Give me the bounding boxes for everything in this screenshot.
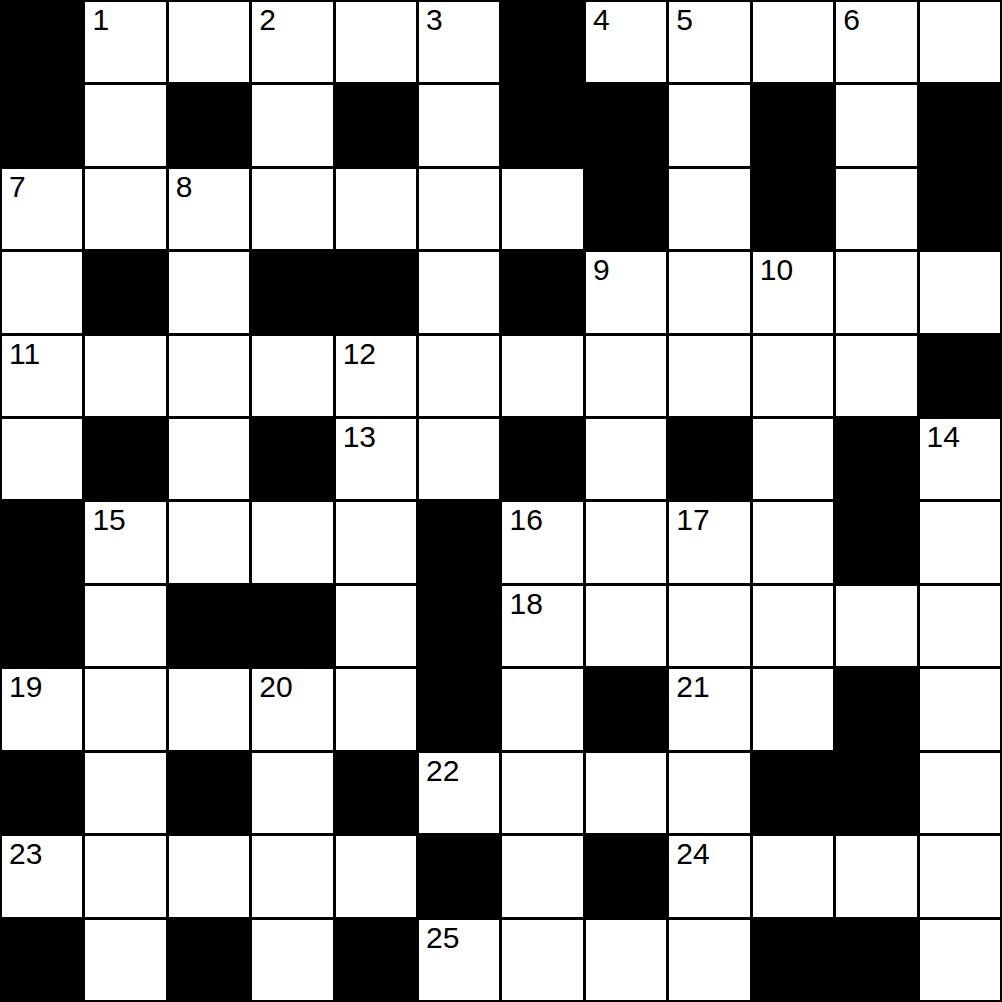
black-cell-r3c3 bbox=[252, 252, 332, 332]
black-cell-r0c6 bbox=[502, 2, 582, 82]
black-cell-r9c2 bbox=[169, 753, 249, 833]
black-cell-r6c10 bbox=[836, 502, 916, 582]
clue-number-25: 25 bbox=[426, 921, 459, 954]
black-cell-r6c0 bbox=[2, 502, 82, 582]
black-cell-r7c5 bbox=[419, 586, 499, 666]
white-cell-r0c11[interactable] bbox=[920, 2, 1000, 82]
white-cell-r2c10[interactable] bbox=[836, 169, 916, 249]
white-cell-r5c5[interactable] bbox=[419, 419, 499, 499]
black-cell-r11c0 bbox=[2, 920, 82, 1000]
white-cell-r4c8[interactable] bbox=[669, 336, 749, 416]
white-cell-r0c10[interactable]: 6 bbox=[836, 2, 916, 82]
white-cell-r3c10[interactable] bbox=[836, 252, 916, 332]
white-cell-r0c3[interactable]: 2 bbox=[252, 2, 332, 82]
white-cell-r0c1[interactable]: 1 bbox=[85, 2, 165, 82]
white-cell-r0c4[interactable] bbox=[336, 2, 416, 82]
white-cell-r2c5[interactable] bbox=[419, 169, 499, 249]
black-cell-r7c2 bbox=[169, 586, 249, 666]
white-cell-r7c9[interactable] bbox=[753, 586, 833, 666]
white-cell-r10c11[interactable] bbox=[920, 836, 1000, 916]
white-cell-r3c9[interactable]: 10 bbox=[753, 252, 833, 332]
white-cell-r1c10[interactable] bbox=[836, 85, 916, 165]
clue-number-6: 6 bbox=[843, 3, 860, 36]
black-cell-r1c11 bbox=[920, 85, 1000, 165]
white-cell-r7c4[interactable] bbox=[336, 586, 416, 666]
white-cell-r0c5[interactable]: 3 bbox=[419, 2, 499, 82]
clue-number-23: 23 bbox=[9, 837, 42, 870]
white-cell-r11c8[interactable] bbox=[669, 920, 749, 1000]
white-cell-r2c1[interactable] bbox=[85, 169, 165, 249]
white-cell-r9c6[interactable] bbox=[502, 753, 582, 833]
white-cell-r10c6[interactable] bbox=[502, 836, 582, 916]
white-cell-r9c11[interactable] bbox=[920, 753, 1000, 833]
black-cell-r5c3 bbox=[252, 419, 332, 499]
white-cell-r9c3[interactable] bbox=[252, 753, 332, 833]
white-cell-r10c1[interactable] bbox=[85, 836, 165, 916]
white-cell-r3c0[interactable] bbox=[2, 252, 82, 332]
white-cell-r3c5[interactable] bbox=[419, 252, 499, 332]
clue-number-18: 18 bbox=[509, 587, 542, 620]
white-cell-r3c7[interactable]: 9 bbox=[586, 252, 666, 332]
black-cell-r11c10 bbox=[836, 920, 916, 1000]
black-cell-r3c1 bbox=[85, 252, 165, 332]
white-cell-r9c5[interactable]: 22 bbox=[419, 753, 499, 833]
white-cell-r11c1[interactable] bbox=[85, 920, 165, 1000]
black-cell-r1c2 bbox=[169, 85, 249, 165]
clue-number-11: 11 bbox=[9, 337, 40, 370]
white-cell-r11c5[interactable]: 25 bbox=[419, 920, 499, 1000]
white-cell-r4c5[interactable] bbox=[419, 336, 499, 416]
black-cell-r11c4 bbox=[336, 920, 416, 1000]
black-cell-r10c5 bbox=[419, 836, 499, 916]
white-cell-r5c11[interactable]: 14 bbox=[920, 419, 1000, 499]
white-cell-r7c8[interactable] bbox=[669, 586, 749, 666]
white-cell-r7c10[interactable] bbox=[836, 586, 916, 666]
clue-number-12: 12 bbox=[343, 337, 376, 370]
clue-number-15: 15 bbox=[92, 503, 125, 536]
black-cell-r9c4 bbox=[336, 753, 416, 833]
clue-number-1: 1 bbox=[92, 3, 109, 36]
white-cell-r1c3[interactable] bbox=[252, 85, 332, 165]
white-cell-r5c4[interactable]: 13 bbox=[336, 419, 416, 499]
clue-number-16: 16 bbox=[509, 503, 542, 536]
black-cell-r8c7 bbox=[586, 669, 666, 749]
black-cell-r7c3 bbox=[252, 586, 332, 666]
black-cell-r9c10 bbox=[836, 753, 916, 833]
white-cell-r0c9[interactable] bbox=[753, 2, 833, 82]
white-cell-r2c2[interactable]: 8 bbox=[169, 169, 249, 249]
white-cell-r2c4[interactable] bbox=[336, 169, 416, 249]
black-cell-r1c9 bbox=[753, 85, 833, 165]
clue-number-8: 8 bbox=[176, 170, 193, 203]
white-cell-r1c5[interactable] bbox=[419, 85, 499, 165]
black-cell-r3c4 bbox=[336, 252, 416, 332]
black-cell-r7c0 bbox=[2, 586, 82, 666]
white-cell-r7c7[interactable] bbox=[586, 586, 666, 666]
black-cell-r1c4 bbox=[336, 85, 416, 165]
black-cell-r4c11 bbox=[920, 336, 1000, 416]
black-cell-r1c7 bbox=[586, 85, 666, 165]
white-cell-r4c7[interactable] bbox=[586, 336, 666, 416]
white-cell-r9c8[interactable] bbox=[669, 753, 749, 833]
white-cell-r8c6[interactable] bbox=[502, 669, 582, 749]
white-cell-r10c2[interactable] bbox=[169, 836, 249, 916]
white-cell-r10c10[interactable] bbox=[836, 836, 916, 916]
black-cell-r3c6 bbox=[502, 252, 582, 332]
white-cell-r5c7[interactable] bbox=[586, 419, 666, 499]
white-cell-r5c0[interactable] bbox=[2, 419, 82, 499]
black-cell-r1c0 bbox=[2, 85, 82, 165]
white-cell-r5c9[interactable] bbox=[753, 419, 833, 499]
white-cell-r8c1[interactable] bbox=[85, 669, 165, 749]
white-cell-r3c2[interactable] bbox=[169, 252, 249, 332]
black-cell-r2c9 bbox=[753, 169, 833, 249]
black-cell-r6c5 bbox=[419, 502, 499, 582]
white-cell-r2c3[interactable] bbox=[252, 169, 332, 249]
white-cell-r11c3[interactable] bbox=[252, 920, 332, 1000]
white-cell-r10c8[interactable]: 24 bbox=[669, 836, 749, 916]
white-cell-r8c0[interactable]: 19 bbox=[2, 669, 82, 749]
white-cell-r2c0[interactable]: 7 bbox=[2, 169, 82, 249]
black-cell-r5c6 bbox=[502, 419, 582, 499]
white-cell-r6c3[interactable] bbox=[252, 502, 332, 582]
white-cell-r4c10[interactable] bbox=[836, 336, 916, 416]
white-cell-r7c6[interactable]: 18 bbox=[502, 586, 582, 666]
clue-number-5: 5 bbox=[676, 3, 693, 36]
white-cell-r6c1[interactable]: 15 bbox=[85, 502, 165, 582]
white-cell-r1c1[interactable] bbox=[85, 85, 165, 165]
black-cell-r8c5 bbox=[419, 669, 499, 749]
white-cell-r10c0[interactable]: 23 bbox=[2, 836, 82, 916]
white-cell-r4c0[interactable]: 11 bbox=[2, 336, 82, 416]
white-cell-r6c6[interactable]: 16 bbox=[502, 502, 582, 582]
clue-number-4: 4 bbox=[593, 3, 610, 36]
clue-number-19: 19 bbox=[9, 670, 42, 703]
black-cell-r0c0 bbox=[2, 2, 82, 82]
black-cell-r9c0 bbox=[2, 753, 82, 833]
white-cell-r6c4[interactable] bbox=[336, 502, 416, 582]
white-cell-r6c11[interactable] bbox=[920, 502, 1000, 582]
black-cell-r5c8 bbox=[669, 419, 749, 499]
white-cell-r8c3[interactable]: 20 bbox=[252, 669, 332, 749]
white-cell-r6c8[interactable]: 17 bbox=[669, 502, 749, 582]
white-cell-r9c1[interactable] bbox=[85, 753, 165, 833]
white-cell-r3c8[interactable] bbox=[669, 252, 749, 332]
white-cell-r0c8[interactable]: 5 bbox=[669, 2, 749, 82]
white-cell-r8c11[interactable] bbox=[920, 669, 1000, 749]
white-cell-r6c2[interactable] bbox=[169, 502, 249, 582]
white-cell-r7c11[interactable] bbox=[920, 586, 1000, 666]
white-cell-r2c8[interactable] bbox=[669, 169, 749, 249]
white-cell-r8c8[interactable]: 21 bbox=[669, 669, 749, 749]
white-cell-r4c3[interactable] bbox=[252, 336, 332, 416]
black-cell-r5c10 bbox=[836, 419, 916, 499]
white-cell-r8c4[interactable] bbox=[336, 669, 416, 749]
white-cell-r0c2[interactable] bbox=[169, 2, 249, 82]
white-cell-r10c3[interactable] bbox=[252, 836, 332, 916]
clue-number-20: 20 bbox=[259, 670, 292, 703]
white-cell-r9c7[interactable] bbox=[586, 753, 666, 833]
crossword-board: 1234567891011121314151617181920212223242… bbox=[0, 0, 1002, 1002]
clue-number-17: 17 bbox=[676, 503, 709, 536]
white-cell-r11c6[interactable] bbox=[502, 920, 582, 1000]
white-cell-r11c11[interactable] bbox=[920, 920, 1000, 1000]
white-cell-r6c7[interactable] bbox=[586, 502, 666, 582]
black-cell-r11c2 bbox=[169, 920, 249, 1000]
clue-number-3: 3 bbox=[426, 3, 443, 36]
white-cell-r4c4[interactable]: 12 bbox=[336, 336, 416, 416]
white-cell-r11c7[interactable] bbox=[586, 920, 666, 1000]
black-cell-r10c7 bbox=[586, 836, 666, 916]
white-cell-r4c6[interactable] bbox=[502, 336, 582, 416]
clue-number-7: 7 bbox=[9, 170, 26, 203]
clue-number-24: 24 bbox=[676, 837, 709, 870]
white-cell-r4c2[interactable] bbox=[169, 336, 249, 416]
black-cell-r1c6 bbox=[502, 85, 582, 165]
white-cell-r3c11[interactable] bbox=[920, 252, 1000, 332]
white-cell-r5c2[interactable] bbox=[169, 419, 249, 499]
white-cell-r0c7[interactable]: 4 bbox=[586, 2, 666, 82]
black-cell-r2c11 bbox=[920, 169, 1000, 249]
clue-number-14: 14 bbox=[927, 420, 960, 453]
black-cell-r9c9 bbox=[753, 753, 833, 833]
white-cell-r1c8[interactable] bbox=[669, 85, 749, 165]
black-cell-r5c1 bbox=[85, 419, 165, 499]
white-cell-r6c9[interactable] bbox=[753, 502, 833, 582]
white-cell-r8c9[interactable] bbox=[753, 669, 833, 749]
white-cell-r2c6[interactable] bbox=[502, 169, 582, 249]
black-cell-r11c9 bbox=[753, 920, 833, 1000]
white-cell-r10c9[interactable] bbox=[753, 836, 833, 916]
clue-number-21: 21 bbox=[676, 670, 709, 703]
clue-number-9: 9 bbox=[593, 253, 610, 286]
clue-number-22: 22 bbox=[426, 754, 459, 787]
white-cell-r8c2[interactable] bbox=[169, 669, 249, 749]
white-cell-r4c9[interactable] bbox=[753, 336, 833, 416]
white-cell-r4c1[interactable] bbox=[85, 336, 165, 416]
white-cell-r7c1[interactable] bbox=[85, 586, 165, 666]
clue-number-13: 13 bbox=[343, 420, 376, 453]
clue-number-2: 2 bbox=[259, 3, 276, 36]
black-cell-r2c7 bbox=[586, 169, 666, 249]
white-cell-r10c4[interactable] bbox=[336, 836, 416, 916]
black-cell-r8c10 bbox=[836, 669, 916, 749]
clue-number-10: 10 bbox=[760, 253, 793, 286]
